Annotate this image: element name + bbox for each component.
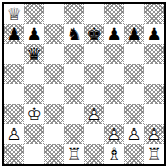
board-frame: ♛♕♟♟♞♚♟♟♟♛♚♔♟♙♟♙♟♙♟♙♟♙♜♖♝♗♜♖ <box>2 2 166 166</box>
square-d5[interactable] <box>64 64 84 84</box>
piece-solid-layer: ♟ <box>4 24 24 44</box>
piece-solid-layer: ♛ <box>24 44 44 64</box>
square-h8[interactable] <box>144 4 164 24</box>
square-c7[interactable] <box>44 24 64 44</box>
square-b7[interactable]: ♟ <box>24 24 44 44</box>
piece-white-rook[interactable]: ♜♖ <box>64 144 84 164</box>
piece-solid-layer: ♟ <box>144 24 164 44</box>
square-e1[interactable] <box>84 144 104 164</box>
piece-outline-layer: ♙ <box>144 124 164 144</box>
piece-black-pawn[interactable]: ♟ <box>124 24 144 44</box>
chess-board: ♛♕♟♟♞♚♟♟♟♛♚♔♟♙♟♙♟♙♟♙♟♙♜♖♝♗♜♖ <box>4 4 164 164</box>
piece-white-pawn[interactable]: ♟♙ <box>124 124 144 144</box>
piece-black-pawn[interactable]: ♟ <box>4 24 24 44</box>
square-g4[interactable] <box>124 84 144 104</box>
square-b6[interactable]: ♛ <box>24 44 44 64</box>
square-b4[interactable] <box>24 84 44 104</box>
piece-white-queen[interactable]: ♛♕ <box>4 4 24 24</box>
square-b5[interactable] <box>24 64 44 84</box>
chess-diagram-page: ♛♕♟♟♞♚♟♟♟♛♚♔♟♙♟♙♟♙♟♙♟♙♜♖♝♗♜♖ <box>0 0 168 168</box>
piece-solid-layer: ♟ <box>24 24 44 44</box>
square-g6[interactable] <box>124 44 144 64</box>
square-g8[interactable] <box>124 4 144 24</box>
piece-black-pawn[interactable]: ♟ <box>24 24 44 44</box>
piece-outline-layer: ♙ <box>124 124 144 144</box>
square-h7[interactable]: ♟ <box>144 24 164 44</box>
square-d4[interactable] <box>64 84 84 104</box>
square-f2[interactable]: ♟♙ <box>104 124 124 144</box>
square-a2[interactable]: ♟♙ <box>4 124 24 144</box>
square-g5[interactable] <box>124 64 144 84</box>
square-f3[interactable] <box>104 104 124 124</box>
square-b8[interactable] <box>24 4 44 24</box>
square-a1[interactable] <box>4 144 24 164</box>
piece-outline-layer: ♗ <box>104 144 124 164</box>
piece-white-rook[interactable]: ♜♖ <box>144 144 164 164</box>
piece-outline-layer: ♙ <box>4 124 24 144</box>
piece-black-queen[interactable]: ♛ <box>24 44 44 64</box>
piece-outline-layer: ♖ <box>64 144 84 164</box>
square-e2[interactable] <box>84 124 104 144</box>
square-a6[interactable] <box>4 44 24 64</box>
square-a3[interactable] <box>4 104 24 124</box>
square-d6[interactable] <box>64 44 84 64</box>
piece-outline-layer: ♕ <box>4 4 24 24</box>
square-b1[interactable] <box>24 144 44 164</box>
square-c1[interactable] <box>44 144 64 164</box>
piece-outline-layer: ♙ <box>104 124 124 144</box>
square-f4[interactable] <box>104 84 124 104</box>
square-f5[interactable] <box>104 64 124 84</box>
piece-solid-layer: ♟ <box>104 24 124 44</box>
piece-solid-layer: ♟ <box>124 24 144 44</box>
square-a8[interactable]: ♛♕ <box>4 4 24 24</box>
square-c8[interactable] <box>44 4 64 24</box>
square-a7[interactable]: ♟ <box>4 24 24 44</box>
piece-black-king[interactable]: ♚ <box>84 24 104 44</box>
square-c2[interactable] <box>44 124 64 144</box>
piece-outline-layer: ♖ <box>144 144 164 164</box>
piece-outline-layer: ♙ <box>84 104 104 124</box>
square-a5[interactable] <box>4 64 24 84</box>
square-d8[interactable] <box>64 4 84 24</box>
square-e6[interactable] <box>84 44 104 64</box>
square-h3[interactable] <box>144 104 164 124</box>
square-b3[interactable]: ♚♔ <box>24 104 44 124</box>
piece-white-bishop[interactable]: ♝♗ <box>104 144 124 164</box>
square-f1[interactable]: ♝♗ <box>104 144 124 164</box>
piece-black-pawn[interactable]: ♟ <box>144 24 164 44</box>
piece-black-knight[interactable]: ♞ <box>64 24 84 44</box>
piece-white-pawn[interactable]: ♟♙ <box>104 124 124 144</box>
square-e5[interactable] <box>84 64 104 84</box>
piece-black-pawn[interactable]: ♟ <box>104 24 124 44</box>
square-h5[interactable] <box>144 64 164 84</box>
square-g3[interactable] <box>124 104 144 124</box>
square-e4[interactable] <box>84 84 104 104</box>
square-c5[interactable] <box>44 64 64 84</box>
piece-white-pawn[interactable]: ♟♙ <box>144 124 164 144</box>
square-h2[interactable]: ♟♙ <box>144 124 164 144</box>
square-h1[interactable]: ♜♖ <box>144 144 164 164</box>
square-e8[interactable] <box>84 4 104 24</box>
square-d2[interactable] <box>64 124 84 144</box>
square-e7[interactable]: ♚ <box>84 24 104 44</box>
square-b2[interactable] <box>24 124 44 144</box>
square-e3[interactable]: ♟♙ <box>84 104 104 124</box>
square-h4[interactable] <box>144 84 164 104</box>
square-h6[interactable] <box>144 44 164 64</box>
piece-white-pawn[interactable]: ♟♙ <box>84 104 104 124</box>
square-g7[interactable]: ♟ <box>124 24 144 44</box>
square-f7[interactable]: ♟ <box>104 24 124 44</box>
square-d1[interactable]: ♜♖ <box>64 144 84 164</box>
piece-white-king[interactable]: ♚♔ <box>24 104 44 124</box>
square-c6[interactable] <box>44 44 64 64</box>
piece-outline-layer: ♔ <box>24 104 44 124</box>
square-f6[interactable] <box>104 44 124 64</box>
square-d3[interactable] <box>64 104 84 124</box>
square-g2[interactable]: ♟♙ <box>124 124 144 144</box>
square-c4[interactable] <box>44 84 64 104</box>
square-c3[interactable] <box>44 104 64 124</box>
piece-solid-layer: ♞ <box>64 24 84 44</box>
square-a4[interactable] <box>4 84 24 104</box>
piece-white-pawn[interactable]: ♟♙ <box>4 124 24 144</box>
square-f8[interactable] <box>104 4 124 24</box>
piece-solid-layer: ♚ <box>84 24 104 44</box>
square-g1[interactable] <box>124 144 144 164</box>
square-d7[interactable]: ♞ <box>64 24 84 44</box>
